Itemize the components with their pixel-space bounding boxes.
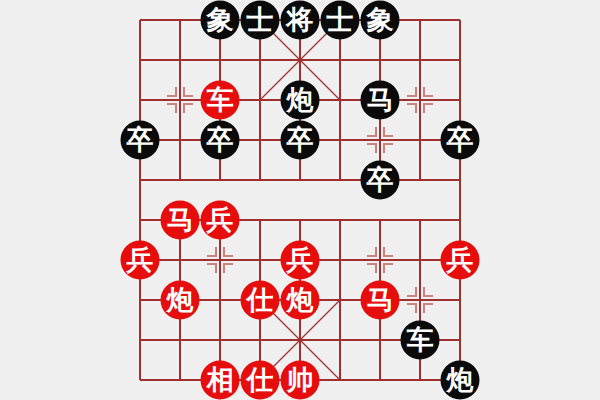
piece-black[interactable]: 卒	[201, 121, 240, 160]
piece-red[interactable]: 相	[201, 361, 240, 400]
piece-red[interactable]: 兵	[121, 241, 160, 280]
piece-red[interactable]: 兵	[441, 241, 480, 280]
piece-red[interactable]: 马	[161, 201, 200, 240]
piece-black[interactable]: 士	[321, 1, 360, 40]
board-grid	[0, 0, 600, 400]
point-marker	[206, 246, 234, 274]
piece-black[interactable]: 卒	[121, 121, 160, 160]
piece-red[interactable]: 炮	[161, 281, 200, 320]
piece-black[interactable]: 炮	[281, 81, 320, 120]
piece-red[interactable]: 兵	[281, 241, 320, 280]
xiangqi-board: 象士将士象车炮马卒卒卒卒卒马兵兵兵兵炮仕炮马车相仕帅炮	[0, 0, 600, 400]
piece-red[interactable]: 帅	[281, 361, 320, 400]
piece-black[interactable]: 将	[281, 1, 320, 40]
piece-black[interactable]: 卒	[281, 121, 320, 160]
piece-red[interactable]: 炮	[281, 281, 320, 320]
point-marker	[166, 86, 194, 114]
point-marker	[366, 246, 394, 274]
piece-red[interactable]: 仕	[241, 361, 280, 400]
point-marker	[406, 86, 434, 114]
piece-black[interactable]: 象	[361, 1, 400, 40]
piece-black[interactable]: 车	[401, 321, 440, 360]
piece-red[interactable]: 车	[201, 81, 240, 120]
piece-black[interactable]: 卒	[441, 121, 480, 160]
piece-red[interactable]: 马	[361, 281, 400, 320]
piece-black[interactable]: 卒	[361, 161, 400, 200]
piece-red[interactable]: 仕	[241, 281, 280, 320]
piece-black[interactable]: 炮	[441, 361, 480, 400]
piece-black[interactable]: 士	[241, 1, 280, 40]
piece-red[interactable]: 兵	[201, 201, 240, 240]
point-marker	[406, 286, 434, 314]
piece-black[interactable]: 象	[201, 1, 240, 40]
point-marker	[366, 126, 394, 154]
piece-black[interactable]: 马	[361, 81, 400, 120]
